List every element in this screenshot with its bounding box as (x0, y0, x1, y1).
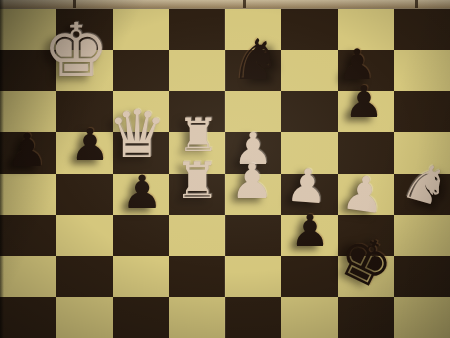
square-e1[interactable] (225, 297, 281, 338)
square-f6[interactable] (281, 91, 337, 132)
square-a2[interactable] (0, 256, 56, 297)
chessboard-photo: ♚♛♜♜♟♟♟♟♞♞♟♟♟♟♟♟♚ (0, 0, 450, 338)
square-c8[interactable] (113, 9, 169, 50)
square-d3[interactable] (169, 215, 225, 256)
square-b4[interactable] (56, 174, 112, 215)
square-f7[interactable] (281, 50, 337, 91)
square-b1[interactable] (56, 297, 112, 338)
square-c1[interactable] (113, 297, 169, 338)
piece-black-pawn-c4[interactable]: ♟ (121, 169, 162, 215)
piece-black-knight-e7[interactable]: ♞ (231, 32, 281, 88)
square-h8[interactable] (394, 9, 450, 50)
square-g1[interactable] (338, 297, 394, 338)
piece-black-pawn-a5[interactable]: ♟ (6, 127, 47, 173)
piece-black-pawn-f3[interactable]: ♟ (290, 209, 329, 253)
square-b3[interactable] (56, 215, 112, 256)
square-h7[interactable] (394, 50, 450, 91)
square-h3[interactable] (394, 215, 450, 256)
square-d1[interactable] (169, 297, 225, 338)
piece-white-queen-c5[interactable]: ♛ (107, 102, 166, 168)
rail-hinge-mark (415, 0, 418, 8)
square-f8[interactable] (281, 9, 337, 50)
piece-white-pawn-e4[interactable]: ♟ (230, 157, 273, 205)
square-c2[interactable] (113, 256, 169, 297)
square-d8[interactable] (169, 9, 225, 50)
square-c7[interactable] (113, 50, 169, 91)
square-h1[interactable] (394, 297, 450, 338)
board-fold-seam (224, 9, 226, 338)
piece-black-pawn-g6[interactable]: ♟ (344, 80, 383, 124)
square-e2[interactable] (225, 256, 281, 297)
square-f1[interactable] (281, 297, 337, 338)
piece-white-king-b7[interactable]: ♚ (43, 13, 109, 87)
square-d2[interactable] (169, 256, 225, 297)
piece-white-rook-d4[interactable]: ♜ (175, 156, 220, 206)
square-a3[interactable] (0, 215, 56, 256)
square-d7[interactable] (169, 50, 225, 91)
square-h6[interactable] (394, 91, 450, 132)
piece-black-pawn-b5[interactable]: ♟ (70, 123, 109, 167)
square-c3[interactable] (113, 215, 169, 256)
square-e3[interactable] (225, 215, 281, 256)
rail-hinge-mark (243, 0, 246, 8)
square-b2[interactable] (56, 256, 112, 297)
square-a4[interactable] (0, 174, 56, 215)
piece-white-pawn-g4[interactable]: ♟ (339, 167, 388, 221)
board-left-edge (0, 0, 4, 338)
piece-white-pawn-f4[interactable]: ♟ (285, 162, 329, 211)
square-a1[interactable] (0, 297, 56, 338)
square-h2[interactable] (394, 256, 450, 297)
